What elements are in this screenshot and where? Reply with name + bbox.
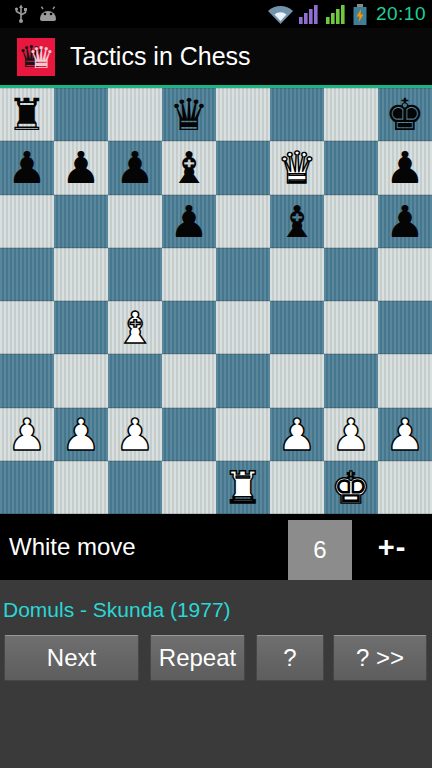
white-pawn: ♟ [277,408,316,461]
red-queen-app-icon: ♛ ♛ [17,38,55,76]
white-pawn: ♟ [331,408,370,461]
square-a2[interactable]: ♟ [0,408,54,461]
square-h5[interactable] [378,248,432,301]
android-icon [38,6,58,22]
square-e3[interactable] [216,354,270,407]
square-e7[interactable] [216,141,270,194]
chess-board: ♜♛♚♟♟♟♝♛♟♟♝♟♝♟♟♟♟♟♟♜♚ [0,88,432,514]
square-d1[interactable] [162,461,216,514]
pink-queen-glyph: ♛ [28,39,55,76]
square-a8[interactable]: ♜ [0,88,54,141]
square-b5[interactable] [54,248,108,301]
square-d2[interactable] [162,408,216,461]
square-e6[interactable] [216,195,270,248]
next-button[interactable]: Next [4,635,139,681]
square-c2[interactable]: ♟ [108,408,162,461]
square-b1[interactable] [54,461,108,514]
black-pawn: ♟ [61,141,100,194]
black-pawn: ♟ [385,141,424,194]
square-g1[interactable]: ♚ [324,461,378,514]
battery-charging-icon [353,4,367,25]
white-king: ♚ [331,461,370,514]
square-f4[interactable] [270,301,324,354]
square-b3[interactable] [54,354,108,407]
square-c1[interactable] [108,461,162,514]
square-h2[interactable]: ♟ [378,408,432,461]
square-c7[interactable]: ♟ [108,141,162,194]
square-a6[interactable] [0,195,54,248]
wifi-icon [267,4,294,25]
black-pawn: ♟ [385,195,424,248]
square-c3[interactable] [108,354,162,407]
square-d7[interactable]: ♝ [162,141,216,194]
black-king: ♚ [385,88,424,141]
square-c8[interactable] [108,88,162,141]
hint-all-button[interactable]: ? >> [333,635,427,681]
white-queen: ♛ [277,141,316,194]
square-h6[interactable]: ♟ [378,195,432,248]
white-pawn: ♟ [61,408,100,461]
app-title: Tactics in Chess [70,42,251,71]
square-g2[interactable]: ♟ [324,408,378,461]
increment-decrement-button[interactable]: +- [352,531,432,564]
status-bar-left [14,4,58,24]
square-e4[interactable] [216,301,270,354]
info-panel: Domuls - Skunda (1977) Next Repeat ? ? >… [0,580,432,768]
square-g4[interactable] [324,301,378,354]
signal-bars-green-icon [326,5,348,24]
square-a7[interactable]: ♟ [0,141,54,194]
square-c5[interactable] [108,248,162,301]
square-g7[interactable] [324,141,378,194]
square-f2[interactable]: ♟ [270,408,324,461]
button-row: Next Repeat ? ? >> [0,635,432,681]
square-f1[interactable] [270,461,324,514]
side-to-move-label: White move [0,533,288,561]
square-d6[interactable]: ♟ [162,195,216,248]
move-counter-box: 6 [288,520,352,580]
square-h4[interactable] [378,301,432,354]
black-rook: ♜ [7,88,46,141]
black-bishop: ♝ [277,195,316,248]
black-pawn: ♟ [169,195,208,248]
square-d8[interactable]: ♛ [162,88,216,141]
square-f7[interactable]: ♛ [270,141,324,194]
square-e2[interactable] [216,408,270,461]
black-pawn: ♟ [115,141,154,194]
square-a1[interactable] [0,461,54,514]
square-f5[interactable] [270,248,324,301]
square-a3[interactable] [0,354,54,407]
square-g3[interactable] [324,354,378,407]
square-f8[interactable] [270,88,324,141]
square-h7[interactable]: ♟ [378,141,432,194]
square-h3[interactable] [378,354,432,407]
white-pawn: ♟ [115,408,154,461]
square-e5[interactable] [216,248,270,301]
square-a4[interactable] [0,301,54,354]
hint-button[interactable]: ? [256,635,324,681]
square-g8[interactable] [324,88,378,141]
square-b6[interactable] [54,195,108,248]
status-bar: 20:10 [0,0,432,28]
square-b8[interactable] [54,88,108,141]
square-h1[interactable] [378,461,432,514]
square-g5[interactable] [324,248,378,301]
square-b7[interactable]: ♟ [54,141,108,194]
square-b4[interactable] [54,301,108,354]
status-clock: 20:10 [376,3,426,25]
white-pawn: ♟ [7,408,46,461]
repeat-button[interactable]: Repeat [150,635,245,681]
black-queen: ♛ [169,88,208,141]
black-bishop: ♝ [169,141,208,194]
puzzle-title: Domuls - Skunda (1977) [0,598,432,622]
square-d4[interactable] [162,301,216,354]
square-h8[interactable]: ♚ [378,88,432,141]
square-b2[interactable]: ♟ [54,408,108,461]
move-bar: White move 6 +- [0,514,432,580]
usb-icon [14,4,28,24]
signal-bars-purple-icon [299,5,321,24]
square-f3[interactable] [270,354,324,407]
square-c6[interactable] [108,195,162,248]
white-bishop: ♝ [115,301,154,354]
square-e1[interactable]: ♜ [216,461,270,514]
square-d5[interactable] [162,248,216,301]
white-rook: ♜ [223,461,262,514]
square-g6[interactable] [324,195,378,248]
square-d3[interactable] [162,354,216,407]
white-pawn: ♟ [385,408,424,461]
status-bar-right: 20:10 [267,3,426,25]
square-c4[interactable]: ♝ [108,301,162,354]
square-f6[interactable]: ♝ [270,195,324,248]
square-e8[interactable] [216,88,270,141]
square-a5[interactable] [0,248,54,301]
action-bar: ♛ ♛ Tactics in Chess [0,28,432,85]
black-pawn: ♟ [7,141,46,194]
